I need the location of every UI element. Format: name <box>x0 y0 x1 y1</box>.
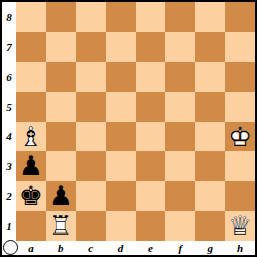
square-g8[interactable] <box>195 2 225 32</box>
square-d1[interactable] <box>106 211 136 241</box>
square-h2[interactable] <box>225 181 255 211</box>
square-g2[interactable] <box>195 181 225 211</box>
square-d6[interactable] <box>106 62 136 92</box>
square-f7[interactable] <box>165 32 195 62</box>
square-h5[interactable] <box>225 92 255 122</box>
square-c4[interactable] <box>76 122 106 152</box>
square-a2[interactable]: ♚ <box>16 181 46 211</box>
file-label-d: d <box>106 241 136 255</box>
square-h8[interactable] <box>225 2 255 32</box>
square-a7[interactable] <box>16 32 46 62</box>
rank-label-2: 2 <box>2 181 16 211</box>
rank-label-3: 3 <box>2 151 16 181</box>
square-h4[interactable]: ♚♔ <box>225 122 255 152</box>
square-e3[interactable] <box>136 151 166 181</box>
square-f8[interactable] <box>165 2 195 32</box>
file-label-f: f <box>165 241 195 255</box>
square-e6[interactable] <box>136 62 166 92</box>
square-e4[interactable] <box>136 122 166 152</box>
square-b5[interactable] <box>46 92 76 122</box>
square-g5[interactable] <box>195 92 225 122</box>
square-d8[interactable] <box>106 2 136 32</box>
black-pawn-icon: ♟ <box>46 181 76 211</box>
square-f2[interactable] <box>165 181 195 211</box>
square-f5[interactable] <box>165 92 195 122</box>
square-g3[interactable] <box>195 151 225 181</box>
square-b4[interactable] <box>46 122 76 152</box>
square-a3[interactable]: ♟ <box>16 151 46 181</box>
rank-label-1: 1 <box>2 211 16 241</box>
piece-white-rook[interactable]: ♜♖ <box>46 211 76 241</box>
rank-label-8: 8 <box>2 2 16 32</box>
square-g7[interactable] <box>195 32 225 62</box>
file-labels: abcdefgh <box>16 241 255 255</box>
white-queen-icon: ♕ <box>225 211 255 241</box>
square-b6[interactable] <box>46 62 76 92</box>
square-a1[interactable] <box>16 211 46 241</box>
square-d5[interactable] <box>106 92 136 122</box>
square-g4[interactable] <box>195 122 225 152</box>
square-c5[interactable] <box>76 92 106 122</box>
black-king-icon: ♚ <box>16 181 46 211</box>
square-c8[interactable] <box>76 2 106 32</box>
square-h1[interactable]: ♛♕ <box>225 211 255 241</box>
square-c6[interactable] <box>76 62 106 92</box>
square-h7[interactable] <box>225 32 255 62</box>
square-h3[interactable] <box>225 151 255 181</box>
square-c7[interactable] <box>76 32 106 62</box>
square-h6[interactable] <box>225 62 255 92</box>
square-e8[interactable] <box>136 2 166 32</box>
square-a8[interactable] <box>16 2 46 32</box>
rank-label-4: 4 <box>2 122 16 152</box>
square-a6[interactable] <box>16 62 46 92</box>
white-to-move-indicator <box>3 240 18 255</box>
square-b7[interactable] <box>46 32 76 62</box>
file-label-g: g <box>195 241 225 255</box>
white-bishop-icon: ♗ <box>16 122 46 152</box>
file-label-b: b <box>46 241 76 255</box>
square-d4[interactable] <box>106 122 136 152</box>
rank-label-5: 5 <box>2 92 16 122</box>
square-e7[interactable] <box>136 32 166 62</box>
piece-white-king[interactable]: ♚♔ <box>225 122 255 152</box>
piece-black-pawn[interactable]: ♟ <box>46 181 76 211</box>
square-g1[interactable] <box>195 211 225 241</box>
piece-black-king[interactable]: ♚ <box>16 181 46 211</box>
piece-black-pawn[interactable]: ♟ <box>16 151 46 181</box>
square-e2[interactable] <box>136 181 166 211</box>
chess-diagram-frame: 87654321 ♝♗♚♔♟♚♟♜♖♛♕ abcdefgh <box>0 0 257 257</box>
chess-board: ♝♗♚♔♟♚♟♜♖♛♕ <box>16 2 255 241</box>
square-f6[interactable] <box>165 62 195 92</box>
rank-labels: 87654321 <box>2 2 16 241</box>
rank-label-7: 7 <box>2 32 16 62</box>
square-e5[interactable] <box>136 92 166 122</box>
square-b2[interactable]: ♟ <box>46 181 76 211</box>
square-f4[interactable] <box>165 122 195 152</box>
square-c3[interactable] <box>76 151 106 181</box>
square-d2[interactable] <box>106 181 136 211</box>
square-e1[interactable] <box>136 211 166 241</box>
square-d3[interactable] <box>106 151 136 181</box>
square-f3[interactable] <box>165 151 195 181</box>
file-label-h: h <box>225 241 255 255</box>
square-b3[interactable] <box>46 151 76 181</box>
square-c1[interactable] <box>76 211 106 241</box>
file-label-c: c <box>76 241 106 255</box>
rank-label-6: 6 <box>2 62 16 92</box>
piece-white-bishop[interactable]: ♝♗ <box>16 122 46 152</box>
square-f1[interactable] <box>165 211 195 241</box>
square-b1[interactable]: ♜♖ <box>46 211 76 241</box>
square-b8[interactable] <box>46 2 76 32</box>
square-c2[interactable] <box>76 181 106 211</box>
square-g6[interactable] <box>195 62 225 92</box>
file-label-a: a <box>16 241 46 255</box>
piece-white-queen[interactable]: ♛♕ <box>225 211 255 241</box>
file-label-e: e <box>136 241 166 255</box>
white-rook-icon: ♖ <box>46 211 76 241</box>
white-king-icon: ♔ <box>225 122 255 152</box>
square-a5[interactable] <box>16 92 46 122</box>
square-a4[interactable]: ♝♗ <box>16 122 46 152</box>
black-pawn-icon: ♟ <box>16 151 46 181</box>
square-d7[interactable] <box>106 32 136 62</box>
